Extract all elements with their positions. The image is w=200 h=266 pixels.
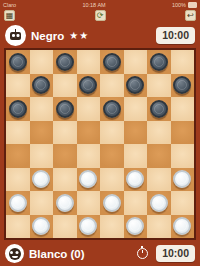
undo-icon: ↩ [187,11,194,20]
white-piece[interactable] [126,170,144,188]
black-piece[interactable] [150,53,168,71]
square-r5c4[interactable] [100,168,124,192]
square-r1c4[interactable] [100,74,124,98]
board-container [0,48,200,240]
black-piece[interactable] [9,100,27,118]
black-piece[interactable] [103,100,121,118]
square-r0c7[interactable] [171,50,195,74]
square-r5c7[interactable] [171,168,195,192]
square-r0c0[interactable] [6,50,30,74]
square-r3c0[interactable] [6,121,30,145]
square-r2c5[interactable] [124,97,148,121]
black-piece[interactable] [79,76,97,94]
square-r3c7[interactable] [171,121,195,145]
white-piece[interactable] [9,194,27,212]
square-r4c2[interactable] [53,144,77,168]
square-r7c2[interactable] [53,215,77,239]
face-glasses-icon [9,248,21,260]
white-piece[interactable] [32,217,50,235]
square-r5c5[interactable] [124,168,148,192]
square-r4c4[interactable] [100,144,124,168]
square-r7c5[interactable] [124,215,148,239]
square-r4c5[interactable] [124,144,148,168]
player-clock: 10:00 [156,245,195,262]
black-piece[interactable] [103,53,121,71]
white-piece[interactable] [79,170,97,188]
player-name: Blanco (0) [29,248,85,260]
square-r1c6[interactable] [147,74,171,98]
square-r7c4[interactable] [100,215,124,239]
white-piece[interactable] [150,194,168,212]
square-r0c6[interactable] [147,50,171,74]
square-r6c7[interactable] [171,191,195,215]
square-r0c1[interactable] [30,50,54,74]
opponent-bar: Negro ★★ 10:00 [0,23,200,48]
black-piece[interactable] [56,100,74,118]
square-r6c4[interactable] [100,191,124,215]
white-piece[interactable] [126,217,144,235]
square-r3c5[interactable] [124,121,148,145]
opponent-name: Negro [31,30,64,42]
square-r4c7[interactable] [171,144,195,168]
white-piece[interactable] [173,217,191,235]
square-r7c7[interactable] [171,215,195,239]
square-r7c3[interactable] [77,215,101,239]
square-r2c3[interactable] [77,97,101,121]
square-r6c5[interactable] [124,191,148,215]
square-r6c0[interactable] [6,191,30,215]
square-r5c0[interactable] [6,168,30,192]
black-piece[interactable] [150,100,168,118]
square-r6c2[interactable] [53,191,77,215]
square-r0c5[interactable] [124,50,148,74]
square-r3c6[interactable] [147,121,171,145]
white-piece[interactable] [173,170,191,188]
toolbar: ▦ ⟳ ↩ [0,8,200,23]
square-r1c5[interactable] [124,74,148,98]
white-piece[interactable] [79,217,97,235]
square-r1c2[interactable] [53,74,77,98]
square-r1c0[interactable] [6,74,30,98]
square-r4c0[interactable] [6,144,30,168]
square-r5c2[interactable] [53,168,77,192]
square-r4c3[interactable] [77,144,101,168]
square-r3c2[interactable] [53,121,77,145]
square-r0c4[interactable] [100,50,124,74]
square-r6c6[interactable] [147,191,171,215]
battery-percent: 100% [172,2,186,8]
square-r4c6[interactable] [147,144,171,168]
new-game-button[interactable]: ⟳ [95,10,106,21]
square-r6c1[interactable] [30,191,54,215]
black-piece[interactable] [32,76,50,94]
square-r3c4[interactable] [100,121,124,145]
black-piece[interactable] [126,76,144,94]
square-r3c1[interactable] [30,121,54,145]
battery-icon [188,2,197,8]
square-r2c0[interactable] [6,97,30,121]
stopwatch-icon [137,248,148,259]
refresh-icon: ⟳ [97,11,104,20]
square-r2c6[interactable] [147,97,171,121]
square-r5c6[interactable] [147,168,171,192]
square-r5c1[interactable] [30,168,54,192]
square-r3c3[interactable] [77,121,101,145]
white-piece[interactable] [56,194,74,212]
app-screen: Claro 10:18 AM 100% ▦ ⟳ ↩ Negro ★★ 10:00 [0,0,200,266]
square-r0c3[interactable] [77,50,101,74]
square-r7c6[interactable] [147,215,171,239]
square-r0c2[interactable] [53,50,77,74]
status-bar: Claro 10:18 AM 100% [0,0,200,8]
carrier-label: Claro [3,2,16,8]
black-piece[interactable] [9,53,27,71]
square-r1c7[interactable] [171,74,195,98]
square-r7c1[interactable] [30,215,54,239]
status-time: 10:18 AM [82,2,105,8]
black-piece[interactable] [56,53,74,71]
square-r2c2[interactable] [53,97,77,121]
square-r4c1[interactable] [30,144,54,168]
square-r2c7[interactable] [171,97,195,121]
square-r2c4[interactable] [100,97,124,121]
square-r6c3[interactable] [77,191,101,215]
square-r1c1[interactable] [30,74,54,98]
opponent-clock: 10:00 [156,27,195,44]
opponent-avatar [5,25,26,46]
square-r5c3[interactable] [77,168,101,192]
square-r7c0[interactable] [6,215,30,239]
white-piece[interactable] [103,194,121,212]
menu-icon: ▦ [6,11,14,20]
player-avatar [5,244,24,263]
square-r1c3[interactable] [77,74,101,98]
difficulty-stars: ★★ [69,30,89,41]
white-piece[interactable] [32,170,50,188]
undo-button[interactable]: ↩ [185,10,196,21]
robot-icon [10,32,21,40]
player-bar: Blanco (0) 10:00 [0,240,200,266]
checkers-board [4,48,196,240]
menu-button[interactable]: ▦ [4,10,15,21]
black-piece[interactable] [173,76,191,94]
square-r2c1[interactable] [30,97,54,121]
